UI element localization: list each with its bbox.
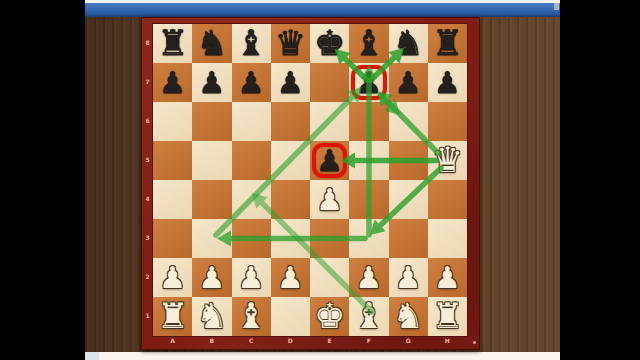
piece-black-bishop-f8[interactable]: ♝: [353, 26, 384, 61]
square-a7[interactable]: ♟: [153, 63, 192, 102]
square-e2[interactable]: [310, 258, 349, 297]
piece-black-knight-g8[interactable]: ♞: [392, 26, 423, 61]
square-c6[interactable]: [232, 102, 271, 141]
square-g5[interactable]: [389, 141, 428, 180]
rank-label-5: 5: [143, 156, 152, 163]
rank-label-7: 7: [143, 78, 152, 85]
piece-white-knight-b1[interactable]: ♞: [196, 299, 227, 334]
square-f7[interactable]: ♟: [349, 63, 388, 102]
chess-board[interactable]: ♜♞♝♛♚♝♞♜♟♟♟♟♟♟♟♟♛♟♟♟♟♟♟♟♟♜♞♝♚♝♞♜: [153, 24, 467, 336]
square-a3[interactable]: [153, 219, 192, 258]
square-d3[interactable]: [271, 219, 310, 258]
piece-white-rook-h1[interactable]: ♜: [432, 299, 463, 334]
square-h2[interactable]: ♟: [428, 258, 467, 297]
square-g1[interactable]: ♞: [389, 297, 428, 336]
square-a1[interactable]: ♜: [153, 297, 192, 336]
square-h5[interactable]: ♛: [428, 141, 467, 180]
file-label-H: H: [441, 337, 453, 344]
file-label-B: B: [206, 337, 218, 344]
piece-black-pawn-a7[interactable]: ♟: [159, 68, 186, 98]
file-label-D: D: [284, 337, 296, 344]
square-c4[interactable]: [232, 180, 271, 219]
bottom-strip-sliver: [85, 352, 99, 360]
square-g2[interactable]: ♟: [389, 258, 428, 297]
square-c3[interactable]: [232, 219, 271, 258]
piece-white-pawn-c2[interactable]: ♟: [238, 263, 265, 293]
piece-white-king-e1[interactable]: ♚: [314, 299, 345, 334]
file-label-F: F: [363, 337, 375, 344]
square-h8[interactable]: ♜: [428, 24, 467, 63]
square-g8[interactable]: ♞: [389, 24, 428, 63]
piece-white-pawn-h2[interactable]: ♟: [434, 263, 461, 293]
piece-white-pawn-b2[interactable]: ♟: [198, 263, 225, 293]
square-h4[interactable]: [428, 180, 467, 219]
square-e8[interactable]: ♚: [310, 24, 349, 63]
square-d2[interactable]: ♟: [271, 258, 310, 297]
square-f1[interactable]: ♝: [349, 297, 388, 336]
square-a4[interactable]: [153, 180, 192, 219]
piece-white-pawn-f2[interactable]: ♟: [355, 263, 382, 293]
slide-area: 87654321 ABCDEFGH ♜♞♝♛♚♝♞♜♟♟♟♟♟♟♟♟♛♟♟♟♟♟…: [85, 0, 560, 360]
square-e1[interactable]: ♚: [310, 297, 349, 336]
rank-label-3: 3: [143, 234, 152, 241]
square-f5[interactable]: [349, 141, 388, 180]
square-b4[interactable]: [192, 180, 231, 219]
rank-label-1: 1: [143, 312, 152, 319]
square-f6[interactable]: [349, 102, 388, 141]
file-label-E: E: [324, 337, 336, 344]
piece-white-bishop-c1[interactable]: ♝: [235, 299, 266, 334]
square-f2[interactable]: ♟: [349, 258, 388, 297]
square-f8[interactable]: ♝: [349, 24, 388, 63]
square-g3[interactable]: [389, 219, 428, 258]
piece-black-pawn-d7[interactable]: ♟: [277, 68, 304, 98]
file-label-A: A: [167, 337, 179, 344]
square-b8[interactable]: ♞: [192, 24, 231, 63]
piece-white-pawn-e4[interactable]: ♟: [316, 185, 343, 215]
rank-label-6: 6: [143, 117, 152, 124]
square-b3[interactable]: [192, 219, 231, 258]
square-b6[interactable]: [192, 102, 231, 141]
file-label-C: C: [245, 337, 257, 344]
square-a8[interactable]: ♜: [153, 24, 192, 63]
piece-black-king-e8[interactable]: ♚: [314, 26, 345, 61]
square-g7[interactable]: ♟: [389, 63, 428, 102]
square-b7[interactable]: ♟: [192, 63, 231, 102]
square-g4[interactable]: [389, 180, 428, 219]
piece-black-pawn-h7[interactable]: ♟: [434, 68, 461, 98]
square-f4[interactable]: [349, 180, 388, 219]
square-c8[interactable]: ♝: [232, 24, 271, 63]
piece-black-pawn-b7[interactable]: ♟: [198, 68, 225, 98]
piece-white-rook-a1[interactable]: ♜: [157, 299, 188, 334]
square-d6[interactable]: [271, 102, 310, 141]
rank-label-4: 4: [143, 195, 152, 202]
square-e5[interactable]: ♟: [310, 141, 349, 180]
square-c2[interactable]: ♟: [232, 258, 271, 297]
piece-black-pawn-f7[interactable]: ♟: [355, 68, 382, 98]
square-b5[interactable]: [192, 141, 231, 180]
title-bar: [85, 3, 560, 17]
square-g6[interactable]: [389, 102, 428, 141]
square-e6[interactable]: [310, 102, 349, 141]
piece-white-queen-h5[interactable]: ♛: [432, 143, 463, 178]
piece-black-pawn-c7[interactable]: ♟: [238, 68, 265, 98]
frame-corner-dot: [473, 341, 476, 344]
scrollbar-notch: [554, 3, 559, 10]
square-h7[interactable]: ♟: [428, 63, 467, 102]
square-d7[interactable]: ♟: [271, 63, 310, 102]
file-label-G: G: [402, 337, 414, 344]
square-d8[interactable]: ♛: [271, 24, 310, 63]
square-e4[interactable]: ♟: [310, 180, 349, 219]
rank-label-2: 2: [143, 273, 152, 280]
square-e3[interactable]: [310, 219, 349, 258]
square-h3[interactable]: [428, 219, 467, 258]
square-c1[interactable]: ♝: [232, 297, 271, 336]
square-d5[interactable]: [271, 141, 310, 180]
square-h6[interactable]: [428, 102, 467, 141]
piece-black-rook-h8[interactable]: ♜: [432, 26, 463, 61]
chess-board-frame: 87654321 ABCDEFGH ♜♞♝♛♚♝♞♜♟♟♟♟♟♟♟♟♛♟♟♟♟♟…: [141, 17, 480, 350]
piece-white-knight-g1[interactable]: ♞: [392, 299, 423, 334]
square-b1[interactable]: ♞: [192, 297, 231, 336]
piece-black-rook-a8[interactable]: ♜: [157, 26, 188, 61]
piece-white-pawn-g2[interactable]: ♟: [395, 263, 422, 293]
square-a6[interactable]: [153, 102, 192, 141]
square-a2[interactable]: ♟: [153, 258, 192, 297]
piece-black-knight-b8[interactable]: ♞: [196, 26, 227, 61]
piece-black-pawn-g7[interactable]: ♟: [395, 68, 422, 98]
square-a5[interactable]: [153, 141, 192, 180]
square-h1[interactable]: ♜: [428, 297, 467, 336]
square-c7[interactable]: ♟: [232, 63, 271, 102]
square-c5[interactable]: [232, 141, 271, 180]
square-d4[interactable]: [271, 180, 310, 219]
bottom-strip: [85, 352, 560, 360]
rank-label-8: 8: [143, 39, 152, 46]
square-d1[interactable]: [271, 297, 310, 336]
piece-white-bishop-f1[interactable]: ♝: [353, 299, 384, 334]
square-b2[interactable]: ♟: [192, 258, 231, 297]
square-e7[interactable]: [310, 63, 349, 102]
piece-black-queen-d8[interactable]: ♛: [275, 26, 306, 61]
piece-black-pawn-e5[interactable]: ♟: [316, 146, 343, 176]
piece-black-bishop-c8[interactable]: ♝: [235, 26, 266, 61]
piece-white-pawn-a2[interactable]: ♟: [159, 263, 186, 293]
piece-white-pawn-d2[interactable]: ♟: [277, 263, 304, 293]
square-f3[interactable]: [349, 219, 388, 258]
video-frame: 87654321 ABCDEFGH ♜♞♝♛♚♝♞♜♟♟♟♟♟♟♟♟♛♟♟♟♟♟…: [0, 0, 640, 360]
